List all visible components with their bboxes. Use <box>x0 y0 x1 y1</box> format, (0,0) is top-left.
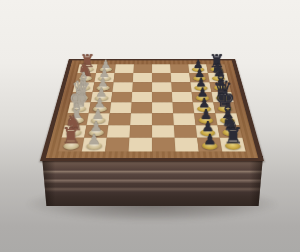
square-h3 <box>105 138 129 152</box>
square-d3 <box>111 92 132 102</box>
square-b5 <box>152 73 171 82</box>
chess-set-photo: ♜♟♟♜♞♟♟♞♝♟♟♝♛♟♟♛♚♟♟♚♝♟♟♝♞♟♟♞♜♟♟♜ <box>0 0 300 252</box>
black-rook: ♜ <box>222 125 245 147</box>
square-h6 <box>175 138 199 152</box>
square-f6 <box>173 113 196 125</box>
square-a5 <box>152 64 171 73</box>
chess-board: ♜♟♟♜♞♟♟♞♝♟♟♝♛♟♟♛♚♟♟♚♝♟♟♝♞♟♟♞♜♟♟♜ <box>40 59 264 161</box>
square-e4 <box>131 102 152 113</box>
square-d4 <box>132 92 152 102</box>
square-g3 <box>107 125 130 138</box>
square-a6 <box>170 64 189 73</box>
square-h2: ♟ <box>82 138 107 152</box>
square-g4 <box>129 125 152 138</box>
square-h7: ♟ <box>197 138 222 152</box>
square-h4 <box>129 138 152 152</box>
square-h8: ♜ <box>220 138 246 152</box>
square-d6 <box>172 92 193 102</box>
board-box-base <box>42 156 263 206</box>
square-a4 <box>133 64 152 73</box>
square-f5 <box>152 113 174 125</box>
square-e3 <box>110 102 132 113</box>
square-b3 <box>114 73 134 82</box>
square-g6 <box>174 125 197 138</box>
square-h5 <box>152 138 175 152</box>
square-b4 <box>133 73 152 82</box>
square-c6 <box>171 82 191 92</box>
square-c3 <box>112 82 132 92</box>
black-pawn: ♟ <box>198 133 221 147</box>
square-f4 <box>130 113 152 125</box>
square-c5 <box>152 82 172 92</box>
square-e6 <box>172 102 194 113</box>
square-a3 <box>115 64 134 73</box>
white-rook: ♜ <box>59 125 82 147</box>
square-f3 <box>108 113 131 125</box>
square-g5 <box>152 125 175 138</box>
square-h1: ♜ <box>58 138 84 152</box>
white-pawn: ♟ <box>82 133 105 147</box>
square-b6 <box>171 73 191 82</box>
square-e5 <box>152 102 173 113</box>
square-d5 <box>152 92 172 102</box>
square-c4 <box>132 82 152 92</box>
